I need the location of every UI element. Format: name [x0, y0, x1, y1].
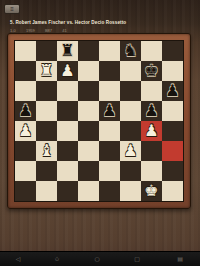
square-a7[interactable] — [15, 61, 36, 81]
square-b8[interactable] — [36, 41, 57, 61]
white-bishop[interactable]: ♝ — [39, 141, 53, 161]
square-f8[interactable]: ♞ — [120, 41, 141, 61]
square-f4[interactable] — [120, 121, 141, 141]
white-pawn[interactable]: ♟ — [123, 141, 137, 161]
square-e8[interactable] — [99, 41, 120, 61]
black-pawn[interactable]: ♟ — [18, 101, 32, 121]
nav-home-icon[interactable]: ○ — [91, 252, 103, 266]
nav-screenshot-icon[interactable]: ▤ — [174, 252, 186, 266]
square-d7[interactable] — [78, 61, 99, 81]
square-b2[interactable] — [36, 161, 57, 181]
square-f1[interactable] — [120, 181, 141, 201]
square-g7[interactable]: ♚ — [141, 61, 162, 81]
square-a3[interactable] — [15, 141, 36, 161]
square-a5[interactable]: ♟ — [15, 101, 36, 121]
square-a4[interactable]: ♟ — [15, 121, 36, 141]
board-frame: ♜♞♜♟♚♟♟♟♟♟♟♝♟♚ — [7, 33, 191, 209]
menu-icon: ≡ — [10, 6, 14, 12]
black-pawn[interactable]: ♟ — [102, 101, 116, 121]
white-pawn[interactable]: ♟ — [18, 121, 32, 141]
square-g5[interactable]: ♟ — [141, 101, 162, 121]
square-h1[interactable] — [162, 181, 183, 201]
square-f6[interactable] — [120, 81, 141, 101]
square-h5[interactable] — [162, 101, 183, 121]
square-f2[interactable] — [120, 161, 141, 181]
black-knight[interactable]: ♞ — [123, 41, 137, 61]
square-c1[interactable] — [57, 181, 78, 201]
square-g2[interactable] — [141, 161, 162, 181]
square-e6[interactable] — [99, 81, 120, 101]
square-a1[interactable] — [15, 181, 36, 201]
square-f3[interactable]: ♟ — [120, 141, 141, 161]
black-rook[interactable]: ♜ — [60, 41, 74, 61]
square-a8[interactable] — [15, 41, 36, 61]
square-b6[interactable] — [36, 81, 57, 101]
square-h8[interactable] — [162, 41, 183, 61]
nav-recents-icon[interactable]: ▢ — [131, 252, 143, 266]
square-f5[interactable] — [120, 101, 141, 121]
nav-star-icon[interactable]: ✩ — [51, 252, 63, 266]
back-button[interactable]: ≡ — [4, 4, 20, 14]
chess-board: ♜♞♜♟♚♟♟♟♟♟♟♝♟♚ — [14, 40, 184, 202]
white-pawn[interactable]: ♟ — [144, 121, 158, 141]
square-g1[interactable]: ♚ — [141, 181, 162, 201]
square-c5[interactable] — [57, 101, 78, 121]
square-b5[interactable] — [36, 101, 57, 121]
square-g6[interactable] — [141, 81, 162, 101]
square-c2[interactable] — [57, 161, 78, 181]
game-title: 5. Robert James Fischer vs. Hector Decio… — [10, 20, 195, 25]
square-c3[interactable] — [57, 141, 78, 161]
square-h7[interactable] — [162, 61, 183, 81]
square-a6[interactable] — [15, 81, 36, 101]
square-b3[interactable]: ♝ — [36, 141, 57, 161]
square-e2[interactable] — [99, 161, 120, 181]
square-f7[interactable] — [120, 61, 141, 81]
black-king[interactable]: ♚ — [144, 61, 158, 81]
black-pawn[interactable]: ♟ — [165, 81, 179, 101]
square-d3[interactable] — [78, 141, 99, 161]
square-e1[interactable] — [99, 181, 120, 201]
square-c7[interactable]: ♟ — [57, 61, 78, 81]
square-d2[interactable] — [78, 161, 99, 181]
square-d5[interactable] — [78, 101, 99, 121]
square-h6[interactable]: ♟ — [162, 81, 183, 101]
white-king[interactable]: ♚ — [144, 181, 158, 201]
square-d4[interactable] — [78, 121, 99, 141]
square-h2[interactable] — [162, 161, 183, 181]
black-pawn[interactable]: ♟ — [144, 101, 158, 121]
white-rook[interactable]: ♜ — [39, 61, 53, 81]
square-b4[interactable] — [36, 121, 57, 141]
square-e3[interactable] — [99, 141, 120, 161]
square-c8[interactable]: ♜ — [57, 41, 78, 61]
square-a2[interactable] — [15, 161, 36, 181]
square-d8[interactable] — [78, 41, 99, 61]
square-d1[interactable] — [78, 181, 99, 201]
android-nav-bar: ◁✩○▢▤ — [0, 251, 200, 266]
square-h3[interactable] — [162, 141, 183, 161]
square-g4[interactable]: ♟ — [141, 121, 162, 141]
square-h4[interactable] — [162, 121, 183, 141]
square-d6[interactable] — [78, 81, 99, 101]
nav-back-icon[interactable]: ◁ — [12, 252, 24, 266]
square-e5[interactable]: ♟ — [99, 101, 120, 121]
app-screen: ≡ 5. Robert James Fischer vs. Hector Dec… — [0, 0, 200, 266]
white-pawn[interactable]: ♟ — [60, 61, 74, 81]
square-b7[interactable]: ♜ — [36, 61, 57, 81]
square-g8[interactable] — [141, 41, 162, 61]
square-c6[interactable] — [57, 81, 78, 101]
square-c4[interactable] — [57, 121, 78, 141]
square-b1[interactable] — [36, 181, 57, 201]
square-g3[interactable] — [141, 141, 162, 161]
square-e4[interactable] — [99, 121, 120, 141]
square-e7[interactable] — [99, 61, 120, 81]
